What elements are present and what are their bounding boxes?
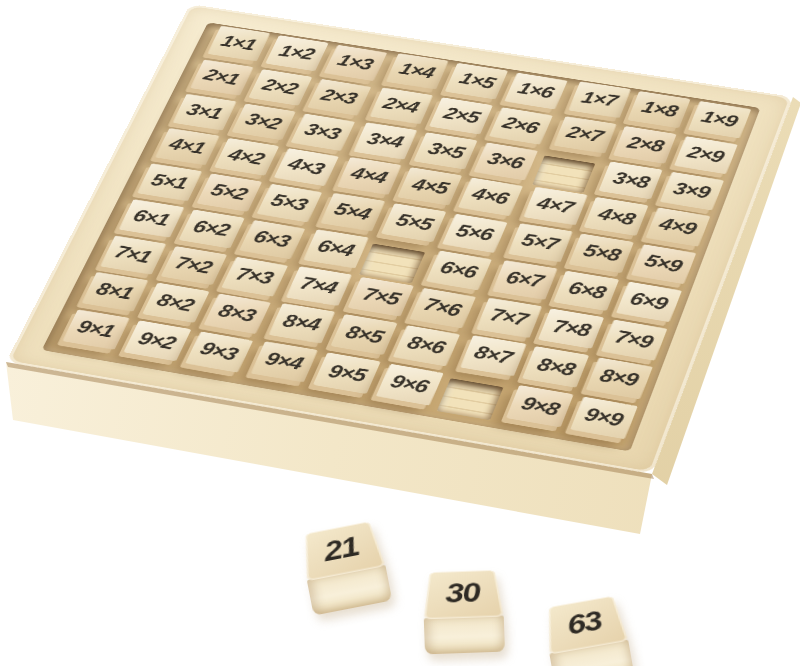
cube-6x3[interactable]: 6×3	[239, 220, 305, 259]
cube-label: 7×7	[487, 305, 531, 331]
cube-label: 8×1	[93, 279, 137, 304]
cube-label: 2×1	[201, 66, 243, 90]
cube-1x2[interactable]: 1×2	[265, 35, 328, 71]
cube-2x8[interactable]: 2×8	[614, 126, 677, 164]
cube-label: 1×3	[334, 51, 376, 74]
cube-7x3[interactable]: 7×3	[221, 256, 288, 296]
tray-top-surface: 1×11×21×31×41×51×61×71×81×92×12×22×32×42…	[6, 4, 793, 474]
cube-label: 1×9	[699, 108, 741, 132]
cube-label: 5×1	[148, 171, 190, 194]
cube-label: 7×3	[232, 264, 276, 289]
cube-9x1[interactable]: 9×1	[62, 310, 129, 350]
cube-label: 4×7	[534, 194, 577, 218]
cube-6x9[interactable]: 6×9	[616, 281, 682, 322]
slot-9x7-empty[interactable]	[436, 378, 503, 420]
cube-label: 2×3	[318, 86, 360, 109]
cube-label: 5×7	[518, 230, 561, 255]
cube-label: 2×8	[625, 133, 666, 156]
cube-label: 5×4	[331, 200, 374, 225]
cube-label: 4×8	[595, 204, 638, 230]
cube-label: 8×4	[280, 311, 323, 336]
cube-5x5[interactable]: 5×5	[381, 203, 446, 242]
cube-7x1[interactable]: 7×1	[100, 235, 166, 274]
cube-1x7[interactable]: 1×7	[568, 81, 631, 118]
cube-label: 6×9	[627, 289, 671, 315]
cube-label: 2×9	[685, 143, 727, 167]
cube-3x9[interactable]: 3×9	[660, 172, 724, 211]
cube-8x6[interactable]: 8×6	[392, 325, 459, 366]
cube-9x8[interactable]: 9×8	[506, 385, 573, 427]
cube-label: 6×4	[315, 236, 358, 261]
cube-label: 2×4	[381, 94, 423, 117]
cube-label: 1×2	[276, 42, 317, 64]
cube-5x2[interactable]: 5×2	[196, 174, 261, 212]
cube-2x6[interactable]: 2×6	[489, 107, 553, 144]
cube-label: 9×5	[325, 361, 369, 386]
cube-9x4[interactable]: 9×4	[251, 341, 318, 382]
cube-label: 9×6	[387, 371, 432, 398]
cube-2x2[interactable]: 2×2	[248, 69, 312, 105]
cube-5x6[interactable]: 5×6	[442, 214, 508, 253]
cube-4x3[interactable]: 4×3	[273, 148, 338, 186]
cube-label: 7×4	[297, 273, 341, 298]
cube-label: 5×9	[642, 251, 686, 277]
cube-6x1[interactable]: 6×1	[119, 199, 185, 237]
cube-label: 7×5	[359, 284, 403, 310]
cube-label: 7×2	[172, 253, 216, 278]
cube-5x4[interactable]: 5×4	[321, 193, 386, 231]
cube-4x7[interactable]: 4×7	[523, 187, 587, 225]
cube-3x2[interactable]: 3×2	[231, 103, 295, 140]
cube-label: 2×6	[499, 113, 542, 138]
cube-3x8[interactable]: 3×8	[599, 161, 663, 199]
cube-4x5[interactable]: 4×5	[397, 167, 462, 205]
cube-7x4[interactable]: 7×4	[286, 266, 352, 306]
cube-label: 4×9	[657, 215, 700, 240]
cube-4x8[interactable]: 4×8	[584, 197, 649, 236]
cube-8x2[interactable]: 8×2	[142, 283, 209, 323]
loose-cube-30[interactable]: 30	[421, 537, 505, 655]
cube-7x8[interactable]: 7×8	[538, 308, 604, 349]
cube-4x6[interactable]: 4×6	[458, 178, 523, 217]
cube-label: 6×8	[565, 278, 609, 304]
cube-2x7[interactable]: 2×7	[553, 116, 616, 153]
cube-4x1[interactable]: 4×1	[155, 128, 219, 165]
cube-label: 4×6	[469, 185, 512, 210]
cube-5x7[interactable]: 5×7	[508, 223, 573, 262]
loose-cube-21[interactable]: 21	[292, 487, 392, 615]
cube-label: 3×8	[610, 168, 652, 192]
cube-label: 3×1	[183, 100, 225, 123]
cube-2x9[interactable]: 2×9	[674, 136, 738, 174]
cube-label: 6×7	[503, 268, 546, 292]
board-grid: 1×11×21×31×41×51×61×71×81×92×12×22×32×42…	[42, 22, 761, 451]
loose-cube-value: 30	[445, 577, 481, 610]
cube-label: 3×2	[242, 110, 285, 134]
cube-8x1[interactable]: 8×1	[81, 272, 148, 312]
cube-3x4[interactable]: 3×4	[354, 122, 418, 159]
cube-label: 5×3	[267, 191, 310, 216]
cube-label: 4×1	[166, 135, 209, 159]
cube-label: 7×9	[612, 327, 656, 353]
cube-label: 5×8	[580, 241, 623, 266]
cube-label: 3×4	[365, 129, 407, 152]
cube-9x9[interactable]: 9×9	[570, 397, 638, 440]
cube-label: 8×9	[597, 366, 641, 392]
cube-6x7[interactable]: 6×7	[492, 260, 557, 300]
cube-9x2[interactable]: 9×2	[123, 320, 191, 361]
cube-label: 6×3	[250, 227, 294, 252]
cube-label: 1×6	[515, 79, 557, 103]
cube-1x3[interactable]: 1×3	[323, 45, 387, 81]
cube-4x9[interactable]: 4×9	[646, 208, 711, 247]
cube-6x2[interactable]: 6×2	[178, 209, 244, 248]
cube-label: 8×6	[404, 333, 449, 359]
loose-cube-top-face: 30	[424, 570, 504, 619]
cube-7x2[interactable]: 7×2	[160, 246, 226, 285]
cube-6x4[interactable]: 6×4	[304, 229, 369, 268]
cube-label: 8×7	[471, 342, 516, 369]
cube-label: 3×5	[424, 139, 466, 163]
cube-label: 7×1	[111, 242, 155, 268]
cube-5x3[interactable]: 5×3	[256, 184, 322, 223]
cube-5x9[interactable]: 5×9	[631, 244, 697, 284]
cube-7x7[interactable]: 7×7	[476, 297, 542, 337]
cube-1x4[interactable]: 1×4	[386, 53, 449, 89]
cube-7x9[interactable]: 7×9	[601, 319, 668, 360]
cube-label: 8×3	[214, 301, 259, 327]
loose-cube-value: 21	[323, 531, 362, 568]
loose-cube-front-face	[424, 616, 505, 655]
cube-label: 2×7	[564, 123, 606, 147]
cube-label: 1×4	[397, 60, 439, 83]
cube-2x3[interactable]: 2×3	[307, 79, 371, 116]
cube-label: 8×2	[153, 290, 198, 316]
cube-9x6[interactable]: 9×6	[376, 364, 444, 406]
cube-label: 7×8	[550, 316, 593, 341]
cube-label: 9×1	[74, 317, 119, 343]
cube-label: 8×5	[342, 322, 386, 348]
cube-label: 2×5	[440, 104, 482, 128]
cube-label: 4×5	[409, 175, 451, 198]
cube-3x5[interactable]: 3×5	[413, 132, 477, 170]
cube-8x9[interactable]: 8×9	[586, 358, 653, 400]
cube-label: 1×1	[218, 32, 260, 55]
cube-6x8[interactable]: 6×8	[554, 271, 620, 311]
cube-5x1[interactable]: 5×1	[137, 163, 202, 201]
cube-8x8[interactable]: 8×8	[522, 347, 589, 388]
cube-label: 5×6	[453, 221, 496, 245]
cube-3x3[interactable]: 3×3	[290, 113, 355, 150]
cube-label: 1×8	[639, 98, 681, 122]
cube-8x7[interactable]: 8×7	[460, 335, 526, 376]
cube-8x3[interactable]: 8×3	[203, 294, 270, 335]
cube-4x4[interactable]: 4×4	[337, 157, 401, 195]
cube-label: 1×7	[579, 88, 620, 110]
cube-label: 4×2	[225, 145, 268, 169]
cube-label: 9×4	[262, 349, 306, 375]
cube-9x3[interactable]: 9×3	[185, 331, 253, 372]
cube-label: 4×4	[348, 164, 391, 188]
cube-7x6[interactable]: 7×6	[409, 288, 476, 329]
cube-3x6[interactable]: 3×6	[473, 142, 538, 180]
cube-label: 5×5	[392, 210, 435, 235]
cube-1x6[interactable]: 1×6	[504, 73, 567, 110]
cube-2x4[interactable]: 2×4	[370, 87, 433, 124]
cube-label: 7×6	[420, 294, 465, 321]
cube-label: 9×2	[135, 328, 180, 354]
cube-label: 9×3	[196, 338, 241, 365]
scene: 1×11×21×31×41×51×61×71×81×92×12×22×32×42…	[0, 0, 800, 666]
cube-label: 9×9	[582, 404, 627, 431]
cube-1x5[interactable]: 1×5	[445, 63, 508, 99]
cube-label: 3×9	[671, 179, 713, 203]
cube-label: 4×3	[284, 155, 328, 180]
cube-label: 9×8	[518, 392, 563, 420]
cube-label: 5×2	[207, 180, 250, 204]
cube-5x8[interactable]: 5×8	[569, 234, 634, 273]
cube-8x4[interactable]: 8×4	[269, 303, 336, 343]
cube-label: 1×5	[455, 69, 497, 93]
loose-cube-value: 63	[566, 605, 605, 642]
multiplication-board: 1×11×21×31×41×51×61×71×81×92×12×22×32×42…	[6, 4, 793, 474]
cube-3x1[interactable]: 3×1	[173, 94, 237, 131]
cube-1x8[interactable]: 1×8	[628, 91, 691, 128]
loose-cube-63[interactable]: 63	[536, 562, 635, 666]
cube-label: 3×6	[484, 149, 527, 173]
cube-4x2[interactable]: 4×2	[214, 138, 279, 176]
cube-label: 8×8	[534, 354, 578, 380]
cube-2x5[interactable]: 2×5	[429, 97, 493, 134]
cube-label: 6×6	[437, 258, 481, 283]
cube-1x9[interactable]: 1×9	[688, 101, 751, 138]
cube-label: 6×2	[190, 217, 233, 241]
cube-2x1[interactable]: 2×1	[190, 59, 253, 95]
cube-6x6[interactable]: 6×6	[426, 250, 492, 290]
cube-8x5[interactable]: 8×5	[330, 314, 397, 355]
cube-1x1[interactable]: 1×1	[207, 26, 270, 61]
cube-label: 2×2	[259, 76, 301, 99]
cube-7x5[interactable]: 7×5	[348, 277, 414, 317]
cube-label: 6×1	[130, 206, 173, 230]
cube-label: 3×3	[301, 120, 344, 144]
cube-9x5[interactable]: 9×5	[313, 353, 380, 394]
